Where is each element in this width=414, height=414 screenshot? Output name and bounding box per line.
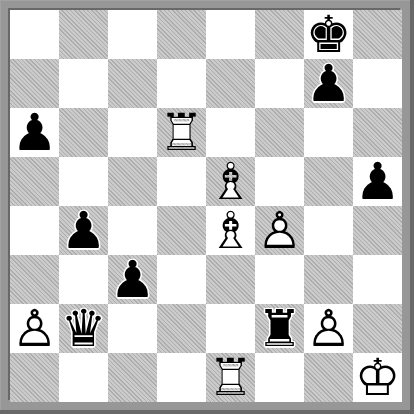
- square-a3[interactable]: [10, 255, 59, 304]
- piece-glyph-outline: ♗: [206, 206, 255, 255]
- square-g2[interactable]: ♟♙: [304, 304, 353, 353]
- piece-glyph-outline: ♙: [10, 304, 59, 353]
- square-f6[interactable]: [255, 108, 304, 157]
- board-frame: ♚♚♟♟♟♟♜♖♝♗♟♟♟♟♝♗♟♙♟♟♟♙♛♛♜♜♟♙♜♖♚♔: [0, 0, 414, 414]
- square-d3[interactable]: [157, 255, 206, 304]
- piece-glyph-outline: ♖: [157, 108, 206, 157]
- square-c1[interactable]: [108, 353, 157, 402]
- piece-glyph-fill: ♚: [304, 10, 353, 59]
- square-b1[interactable]: [59, 353, 108, 402]
- square-d5[interactable]: [157, 157, 206, 206]
- piece-white-bishop-e4[interactable]: ♝♗: [206, 206, 255, 255]
- piece-black-rook-f2[interactable]: ♜♜: [255, 304, 304, 353]
- square-d4[interactable]: [157, 206, 206, 255]
- square-a5[interactable]: [10, 157, 59, 206]
- square-b8[interactable]: [59, 10, 108, 59]
- square-h3[interactable]: [353, 255, 402, 304]
- square-b4[interactable]: ♟♟: [59, 206, 108, 255]
- square-f8[interactable]: [255, 10, 304, 59]
- piece-black-pawn-a6[interactable]: ♟♟: [10, 108, 59, 157]
- square-b7[interactable]: [59, 59, 108, 108]
- square-b6[interactable]: [59, 108, 108, 157]
- piece-black-queen-b2[interactable]: ♛♛: [59, 304, 108, 353]
- square-h2[interactable]: [353, 304, 402, 353]
- square-c6[interactable]: [108, 108, 157, 157]
- piece-white-king-h1[interactable]: ♚♔: [353, 353, 402, 402]
- square-f5[interactable]: [255, 157, 304, 206]
- square-f7[interactable]: [255, 59, 304, 108]
- square-d2[interactable]: [157, 304, 206, 353]
- piece-black-pawn-b4[interactable]: ♟♟: [59, 206, 108, 255]
- piece-glyph-outline: ♗: [206, 157, 255, 206]
- square-c2[interactable]: [108, 304, 157, 353]
- square-c4[interactable]: [108, 206, 157, 255]
- square-g4[interactable]: [304, 206, 353, 255]
- square-a8[interactable]: [10, 10, 59, 59]
- square-f4[interactable]: ♟♙: [255, 206, 304, 255]
- square-e8[interactable]: [206, 10, 255, 59]
- square-e6[interactable]: [206, 108, 255, 157]
- square-a1[interactable]: [10, 353, 59, 402]
- square-f3[interactable]: [255, 255, 304, 304]
- square-c3[interactable]: ♟♟: [108, 255, 157, 304]
- square-g6[interactable]: [304, 108, 353, 157]
- square-a6[interactable]: ♟♟: [10, 108, 59, 157]
- piece-white-rook-e1[interactable]: ♜♖: [206, 353, 255, 402]
- square-b3[interactable]: [59, 255, 108, 304]
- square-h6[interactable]: [353, 108, 402, 157]
- square-h4[interactable]: [353, 206, 402, 255]
- square-g5[interactable]: [304, 157, 353, 206]
- piece-glyph-outline: ♔: [353, 353, 402, 402]
- piece-glyph-outline: ♙: [304, 304, 353, 353]
- square-c5[interactable]: [108, 157, 157, 206]
- piece-glyph-fill: ♟: [10, 108, 59, 157]
- square-c8[interactable]: [108, 10, 157, 59]
- piece-black-pawn-c3[interactable]: ♟♟: [108, 255, 157, 304]
- square-a2[interactable]: ♟♙: [10, 304, 59, 353]
- piece-white-bishop-e5[interactable]: ♝♗: [206, 157, 255, 206]
- square-e4[interactable]: ♝♗: [206, 206, 255, 255]
- square-g1[interactable]: [304, 353, 353, 402]
- square-h1[interactable]: ♚♔: [353, 353, 402, 402]
- square-d1[interactable]: [157, 353, 206, 402]
- piece-black-pawn-g7[interactable]: ♟♟: [304, 59, 353, 108]
- square-d7[interactable]: [157, 59, 206, 108]
- square-g7[interactable]: ♟♟: [304, 59, 353, 108]
- piece-white-rook-d6[interactable]: ♜♖: [157, 108, 206, 157]
- square-h7[interactable]: [353, 59, 402, 108]
- square-d6[interactable]: ♜♖: [157, 108, 206, 157]
- square-e5[interactable]: ♝♗: [206, 157, 255, 206]
- piece-black-king-g8[interactable]: ♚♚: [304, 10, 353, 59]
- square-d8[interactable]: [157, 10, 206, 59]
- piece-white-pawn-a2[interactable]: ♟♙: [10, 304, 59, 353]
- piece-glyph-outline: ♖: [206, 353, 255, 402]
- square-b2[interactable]: ♛♛: [59, 304, 108, 353]
- square-f2[interactable]: ♜♜: [255, 304, 304, 353]
- square-h8[interactable]: [353, 10, 402, 59]
- square-g3[interactable]: [304, 255, 353, 304]
- piece-glyph-fill: ♜: [255, 304, 304, 353]
- square-f1[interactable]: [255, 353, 304, 402]
- square-a4[interactable]: [10, 206, 59, 255]
- piece-white-pawn-f4[interactable]: ♟♙: [255, 206, 304, 255]
- piece-glyph-outline: ♙: [255, 206, 304, 255]
- piece-white-pawn-g2[interactable]: ♟♙: [304, 304, 353, 353]
- piece-glyph-fill: ♟: [59, 206, 108, 255]
- chess-board: ♚♚♟♟♟♟♜♖♝♗♟♟♟♟♝♗♟♙♟♟♟♙♛♛♜♜♟♙♜♖♚♔: [10, 10, 402, 402]
- square-e7[interactable]: [206, 59, 255, 108]
- piece-glyph-fill: ♟: [353, 157, 402, 206]
- square-h5[interactable]: ♟♟: [353, 157, 402, 206]
- square-g8[interactable]: ♚♚: [304, 10, 353, 59]
- square-e3[interactable]: [206, 255, 255, 304]
- square-a7[interactable]: [10, 59, 59, 108]
- piece-glyph-fill: ♟: [108, 255, 157, 304]
- square-e2[interactable]: [206, 304, 255, 353]
- piece-glyph-fill: ♟: [304, 59, 353, 108]
- square-b5[interactable]: [59, 157, 108, 206]
- piece-glyph-fill: ♛: [59, 304, 108, 353]
- square-e1[interactable]: ♜♖: [206, 353, 255, 402]
- piece-black-pawn-h5[interactable]: ♟♟: [353, 157, 402, 206]
- square-c7[interactable]: [108, 59, 157, 108]
